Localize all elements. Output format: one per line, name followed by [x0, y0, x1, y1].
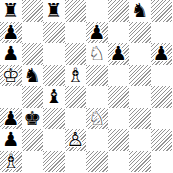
square-b3[interactable]: ♚ — [22, 108, 44, 130]
square-e8[interactable] — [86, 0, 108, 22]
square-c1[interactable] — [43, 151, 65, 173]
square-a7[interactable]: ♟ — [0, 22, 22, 44]
square-a6[interactable]: ♟ — [0, 43, 22, 65]
square-f6[interactable]: ♟ — [108, 43, 130, 65]
piece-black-pawn-f6: ♟ — [110, 44, 127, 64]
square-d3[interactable] — [65, 108, 87, 130]
piece-black-rook-a8: ♜ — [2, 1, 19, 21]
piece-white-knight-e3: ♘ — [88, 109, 105, 129]
square-d8[interactable] — [65, 0, 87, 22]
square-f4[interactable] — [108, 86, 130, 108]
piece-black-pawn-a3: ♟ — [2, 109, 19, 129]
piece-black-pawn-e7: ♟ — [88, 23, 105, 43]
square-g6[interactable] — [129, 43, 151, 65]
square-h5[interactable] — [151, 65, 173, 87]
square-g7[interactable] — [129, 22, 151, 44]
square-b1[interactable] — [22, 151, 44, 173]
square-a4[interactable] — [0, 86, 22, 108]
square-g8[interactable]: ♞ — [129, 0, 151, 22]
piece-black-pawn-a2: ♟ — [2, 130, 19, 150]
square-e6[interactable]: ♘ — [86, 43, 108, 65]
square-f3[interactable] — [108, 108, 130, 130]
square-b7[interactable] — [22, 22, 44, 44]
square-g1[interactable] — [129, 151, 151, 173]
square-e2[interactable] — [86, 129, 108, 151]
square-d1[interactable] — [65, 151, 87, 173]
square-e4[interactable] — [86, 86, 108, 108]
square-e5[interactable] — [86, 65, 108, 87]
square-c8[interactable]: ♜ — [43, 0, 65, 22]
square-f7[interactable] — [108, 22, 130, 44]
square-e3[interactable]: ♘ — [86, 108, 108, 130]
square-c6[interactable] — [43, 43, 65, 65]
piece-black-knight-b5: ♞ — [24, 66, 41, 86]
square-h6[interactable]: ♟ — [151, 43, 173, 65]
square-h1[interactable] — [151, 151, 173, 173]
piece-white-pawn-d2: ♙ — [67, 130, 84, 150]
square-b2[interactable] — [22, 129, 44, 151]
square-d2[interactable]: ♙ — [65, 129, 87, 151]
square-g5[interactable] — [129, 65, 151, 87]
piece-white-bishop-d5: ♗ — [67, 66, 84, 86]
square-d6[interactable] — [65, 43, 87, 65]
square-e7[interactable]: ♟ — [86, 22, 108, 44]
square-b4[interactable] — [22, 86, 44, 108]
square-f2[interactable] — [108, 129, 130, 151]
square-g2[interactable] — [129, 129, 151, 151]
square-b8[interactable] — [22, 0, 44, 22]
piece-black-bishop-c4: ♝ — [45, 87, 62, 107]
chess-board: ♜♜♞♟♟♟♘♟♟♔♞♗♝♟♚♘♟♙♗ — [0, 0, 172, 172]
square-d7[interactable] — [65, 22, 87, 44]
square-g4[interactable] — [129, 86, 151, 108]
square-a1[interactable]: ♗ — [0, 151, 22, 173]
square-h7[interactable] — [151, 22, 173, 44]
piece-white-king-a5: ♔ — [2, 66, 19, 86]
square-c4[interactable]: ♝ — [43, 86, 65, 108]
square-h4[interactable] — [151, 86, 173, 108]
piece-black-rook-c8: ♜ — [45, 1, 62, 21]
square-c3[interactable] — [43, 108, 65, 130]
piece-black-king-b3: ♚ — [24, 109, 41, 129]
square-d5[interactable]: ♗ — [65, 65, 87, 87]
square-f1[interactable] — [108, 151, 130, 173]
square-d4[interactable] — [65, 86, 87, 108]
piece-black-pawn-a6: ♟ — [2, 44, 19, 64]
square-g3[interactable] — [129, 108, 151, 130]
piece-black-pawn-a7: ♟ — [2, 23, 19, 43]
square-b5[interactable]: ♞ — [22, 65, 44, 87]
square-f8[interactable] — [108, 0, 130, 22]
square-h3[interactable] — [151, 108, 173, 130]
square-c7[interactable] — [43, 22, 65, 44]
square-e1[interactable] — [86, 151, 108, 173]
piece-black-pawn-h6: ♟ — [153, 44, 170, 64]
piece-black-knight-g8: ♞ — [131, 1, 148, 21]
square-b6[interactable] — [22, 43, 44, 65]
square-h8[interactable] — [151, 0, 173, 22]
square-c5[interactable] — [43, 65, 65, 87]
piece-white-bishop-a1: ♗ — [2, 152, 19, 172]
square-c2[interactable] — [43, 129, 65, 151]
square-f5[interactable] — [108, 65, 130, 87]
square-h2[interactable] — [151, 129, 173, 151]
square-a5[interactable]: ♔ — [0, 65, 22, 87]
square-a3[interactable]: ♟ — [0, 108, 22, 130]
piece-white-knight-e6: ♘ — [88, 44, 105, 64]
square-a2[interactable]: ♟ — [0, 129, 22, 151]
square-a8[interactable]: ♜ — [0, 0, 22, 22]
